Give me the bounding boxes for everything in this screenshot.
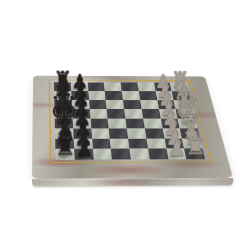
square-r8-c8: ♜: [184, 149, 205, 160]
square-r1-c6: [137, 83, 155, 92]
square-r1-c3: [87, 82, 105, 91]
black-pawn: ♟: [74, 138, 93, 159]
square-r1-c5: [121, 82, 139, 91]
grey-pawn: ♟: [168, 138, 187, 159]
square-r5-c5: [125, 119, 144, 129]
square-r4-c6: [141, 109, 160, 118]
square-r8-c4: [111, 149, 131, 160]
square-r3-c4: [106, 100, 124, 109]
playing-field: ♜♟♟♜♞♟♟♞♝♟♟♝♛♟♟♛♚♟♟♚♝♟♟♝♞♟♟♞♜♟♟♜: [54, 82, 205, 159]
product-photo-scene: ♜♟♟♜♞♟♟♞♝♟♟♝♛♟♟♛♚♟♟♚♝♟♟♝♞♟♟♞♜♟♟♜: [0, 0, 240, 240]
square-r2-c4: [105, 91, 123, 100]
square-r8-c5: [129, 149, 149, 160]
square-r6-c6: [145, 128, 165, 138]
square-r4-c5: [124, 109, 143, 118]
black-rook: ♜: [54, 135, 76, 159]
square-r8-c6: [148, 149, 168, 160]
marble-chess-board: ♜♟♟♜♞♟♟♞♝♟♟♝♛♟♟♛♚♟♟♚♝♟♟♝♞♟♟♞♜♟♟♜: [32, 76, 233, 179]
square-r2-c5: [122, 91, 140, 100]
square-r8-c3: [93, 149, 113, 160]
square-r7-c6: [146, 138, 166, 148]
grey-rook: ♜: [185, 134, 206, 158]
square-r5-c4: [108, 119, 127, 129]
square-r1-c4: [104, 82, 122, 91]
square-r2-c6: [139, 91, 157, 100]
square-r8-c2: ♟: [74, 149, 93, 160]
square-r7-c4: [110, 138, 130, 148]
square-r8-c1: ♜: [55, 149, 74, 160]
square-r3-c5: [123, 100, 142, 109]
square-r4-c4: [107, 109, 126, 118]
square-r8-c7: ♟: [166, 149, 187, 160]
square-r7-c3: [92, 138, 111, 148]
square-r7-c5: [128, 138, 148, 148]
square-r6-c5: [127, 128, 146, 138]
square-r3-c6: [140, 100, 159, 109]
square-r6-c4: [109, 128, 128, 138]
square-r5-c6: [143, 119, 162, 129]
board-front-edge: [32, 178, 233, 187]
square-r2-c3: [88, 91, 106, 100]
